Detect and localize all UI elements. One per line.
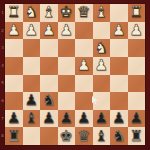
- square-g7[interactable]: ♝: [23, 110, 41, 128]
- piece-black-pawn[interactable]: ♟: [7, 111, 20, 126]
- square-e3[interactable]: [58, 39, 76, 57]
- piece-white-bishop[interactable]: ♝: [42, 5, 55, 20]
- square-f4[interactable]: [40, 57, 58, 75]
- square-c7[interactable]: ♟: [93, 110, 111, 128]
- piece-black-king[interactable]: ♚: [60, 129, 73, 144]
- square-d1[interactable]: ♛: [75, 4, 93, 22]
- piece-black-queen[interactable]: ♛: [77, 129, 90, 144]
- square-g2[interactable]: ♟: [23, 22, 41, 40]
- piece-white-pawn[interactable]: ♟: [130, 23, 143, 38]
- square-f3[interactable]: [40, 39, 58, 57]
- piece-black-pawn[interactable]: ♟: [112, 111, 125, 126]
- piece-black-knight[interactable]: ♞: [42, 93, 55, 108]
- square-a4[interactable]: [128, 57, 146, 75]
- piece-white-knight[interactable]: ♞: [25, 5, 38, 20]
- piece-black-pawn[interactable]: ♟: [42, 111, 55, 126]
- piece-white-pawn[interactable]: ♟: [112, 23, 125, 38]
- chess-board[interactable]: ♜♞♝♚♛♝♜♟♟♟♟♟♟♞♟♟♟♞♟♝♟♟♟♟♟♟♜♚♛♝♞♜: [5, 4, 145, 145]
- square-e7[interactable]: ♟: [58, 110, 76, 128]
- piece-black-bishop[interactable]: ♝: [95, 129, 108, 144]
- piece-black-pawn[interactable]: ♟: [130, 111, 143, 126]
- square-g1[interactable]: ♞: [23, 4, 41, 22]
- square-d3[interactable]: [75, 39, 93, 57]
- square-b1[interactable]: [110, 4, 128, 22]
- square-f2[interactable]: ♟: [40, 22, 58, 40]
- square-c5[interactable]: [93, 75, 111, 93]
- square-b2[interactable]: ♟: [110, 22, 128, 40]
- piece-black-pawn[interactable]: ♟: [77, 111, 90, 126]
- square-g5[interactable]: [23, 75, 41, 93]
- piece-black-knight[interactable]: ♞: [112, 129, 125, 144]
- piece-white-pawn[interactable]: ♟: [95, 58, 108, 73]
- square-e4[interactable]: [58, 57, 76, 75]
- square-g8[interactable]: [23, 127, 41, 145]
- square-d2[interactable]: [75, 22, 93, 40]
- square-h4[interactable]: [5, 57, 23, 75]
- square-e6[interactable]: [58, 92, 76, 110]
- piece-black-bishop[interactable]: ♝: [25, 111, 38, 126]
- square-d7[interactable]: ♟: [75, 110, 93, 128]
- piece-black-pawn[interactable]: ♟: [60, 111, 73, 126]
- square-b7[interactable]: ♟: [110, 110, 128, 128]
- square-g4[interactable]: [23, 57, 41, 75]
- square-h8[interactable]: ♜: [5, 127, 23, 145]
- chess-app-frame: ♜♞♝♚♛♝♜♟♟♟♟♟♟♞♟♟♟♞♟♝♟♟♟♟♟♟♜♚♛♝♞♜ 1234567…: [0, 0, 150, 150]
- square-g3[interactable]: [23, 39, 41, 57]
- square-d6[interactable]: [75, 92, 93, 110]
- square-a2[interactable]: ♟: [128, 22, 146, 40]
- piece-black-pawn[interactable]: ♟: [25, 93, 38, 108]
- square-c2[interactable]: [93, 22, 111, 40]
- square-d5[interactable]: [75, 75, 93, 93]
- square-e2[interactable]: ♟: [58, 22, 76, 40]
- square-c3[interactable]: ♞: [93, 39, 111, 57]
- square-f7[interactable]: ♟: [40, 110, 58, 128]
- piece-white-bishop[interactable]: ♝: [95, 5, 108, 20]
- square-c8[interactable]: ♝: [93, 127, 111, 145]
- square-c4[interactable]: ♟: [93, 57, 111, 75]
- square-h3[interactable]: [5, 39, 23, 57]
- square-h1[interactable]: ♜: [5, 4, 23, 22]
- square-a5[interactable]: [128, 75, 146, 93]
- piece-white-knight[interactable]: ♞: [95, 41, 108, 56]
- square-a1[interactable]: ♜: [128, 4, 146, 22]
- square-f1[interactable]: ♝: [40, 4, 58, 22]
- square-b6[interactable]: [110, 92, 128, 110]
- square-d8[interactable]: ♛: [75, 127, 93, 145]
- piece-white-pawn[interactable]: ♟: [42, 23, 55, 38]
- piece-black-rook[interactable]: ♜: [7, 129, 20, 144]
- square-h2[interactable]: ♟: [5, 22, 23, 40]
- piece-white-rook[interactable]: ♜: [130, 5, 143, 20]
- piece-black-pawn[interactable]: ♟: [95, 111, 108, 126]
- square-h5[interactable]: [5, 75, 23, 93]
- piece-white-king[interactable]: ♚: [60, 5, 73, 20]
- piece-white-pawn[interactable]: ♟: [77, 58, 90, 73]
- square-a3[interactable]: [128, 39, 146, 57]
- square-a8[interactable]: ♜: [128, 127, 146, 145]
- square-h7[interactable]: ♟: [5, 110, 23, 128]
- square-e1[interactable]: ♚: [58, 4, 76, 22]
- square-g6[interactable]: ♟: [23, 92, 41, 110]
- square-a6[interactable]: [128, 92, 146, 110]
- square-b4[interactable]: [110, 57, 128, 75]
- square-h6[interactable]: [5, 92, 23, 110]
- piece-white-pawn[interactable]: ♟: [60, 23, 73, 38]
- square-e8[interactable]: ♚: [58, 127, 76, 145]
- square-b3[interactable]: [110, 39, 128, 57]
- square-a7[interactable]: ♟: [128, 110, 146, 128]
- square-f8[interactable]: [40, 127, 58, 145]
- piece-white-queen[interactable]: ♛: [77, 5, 90, 20]
- square-e5[interactable]: [58, 75, 76, 93]
- square-f5[interactable]: [40, 75, 58, 93]
- square-b8[interactable]: ♞: [110, 127, 128, 145]
- square-d4[interactable]: ♟: [75, 57, 93, 75]
- piece-black-rook[interactable]: ♜: [130, 129, 143, 144]
- square-f6[interactable]: ♞: [40, 92, 58, 110]
- piece-white-pawn[interactable]: ♟: [7, 23, 20, 38]
- square-b5[interactable]: [110, 75, 128, 93]
- square-c1[interactable]: ♝: [93, 4, 111, 22]
- piece-white-pawn[interactable]: ♟: [25, 23, 38, 38]
- piece-white-rook[interactable]: ♜: [7, 5, 20, 20]
